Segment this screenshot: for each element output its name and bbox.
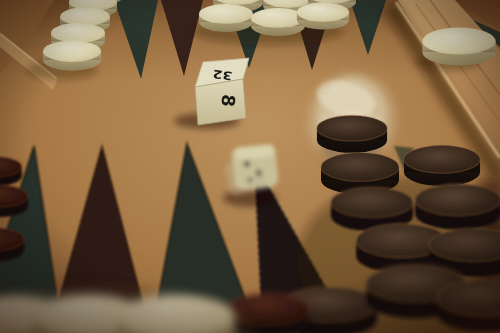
vignette <box>0 0 500 333</box>
backgammon-photo: 32 8 <box>0 0 500 333</box>
board-scene: 32 8 <box>0 0 500 333</box>
